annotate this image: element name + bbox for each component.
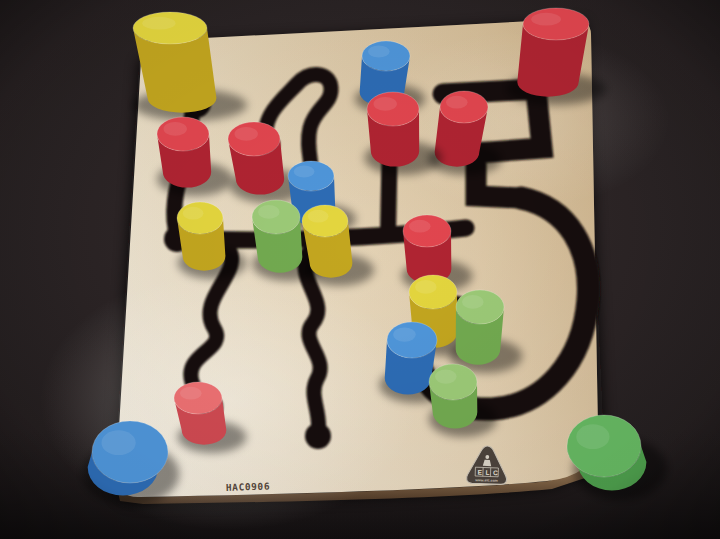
peg-sheen — [258, 205, 280, 219]
peg-sheen — [183, 207, 204, 220]
peg-top — [157, 117, 209, 151]
peg-top — [133, 12, 207, 44]
peg-top — [403, 215, 451, 247]
peg-top — [409, 275, 457, 309]
product-code-stamp: HAC0906 — [226, 480, 271, 493]
peg-sheen — [415, 280, 437, 294]
peg-sheen — [374, 97, 397, 111]
peg-sheen — [102, 430, 136, 455]
peg-top — [362, 41, 410, 71]
peg-sheen — [393, 327, 416, 341]
peg-sheen — [462, 295, 484, 309]
peg-sheen — [409, 220, 431, 233]
peg-top — [252, 200, 300, 234]
peg-sheen — [576, 424, 609, 449]
peg-sheen — [164, 122, 187, 136]
groove-end-hole — [305, 423, 331, 449]
peg-sheen — [446, 96, 468, 109]
elc-logo-url: www.elc.com — [474, 478, 498, 483]
peg-sheen — [368, 46, 390, 58]
peg-top — [228, 122, 280, 156]
peg-top — [92, 421, 168, 483]
peg-sheen — [142, 17, 175, 30]
peg-top — [456, 290, 504, 324]
peg-top — [523, 8, 589, 40]
peg-sheen — [235, 127, 258, 141]
peg-sheen — [294, 166, 315, 178]
peg-top — [429, 364, 477, 400]
peg-sheen — [531, 13, 561, 26]
photo-scene: HAC0906 ELC www.elc.com — [0, 0, 720, 539]
peg-top — [174, 382, 222, 414]
peg-sheen — [180, 387, 202, 400]
elc-logo-letters: ELC — [477, 469, 501, 477]
peg-top — [440, 91, 488, 123]
peg-top — [367, 92, 419, 126]
peg-top — [567, 415, 641, 477]
peg-top — [177, 202, 223, 234]
peg-sheen — [435, 369, 457, 383]
peg-top — [302, 205, 348, 237]
peg-top — [288, 161, 334, 191]
peg-top — [387, 322, 437, 358]
peg-sheen — [308, 210, 329, 223]
